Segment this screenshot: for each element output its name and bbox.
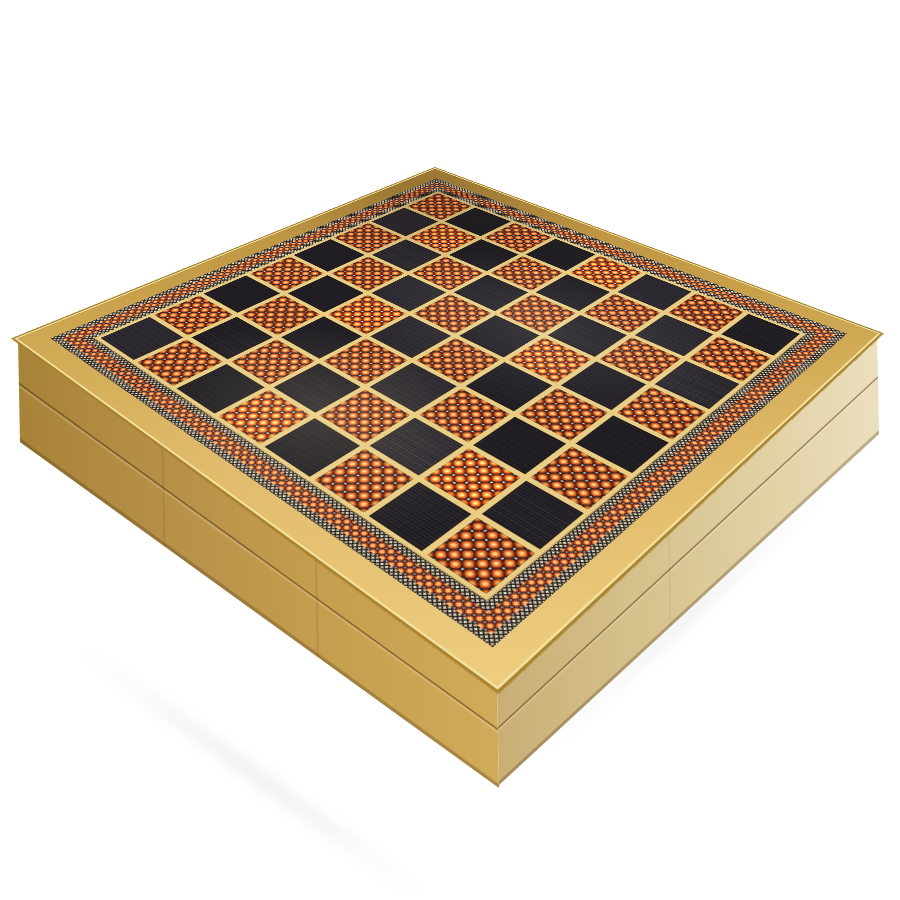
wood-joint-line (315, 552, 318, 658)
product-photo-page (0, 0, 900, 900)
wood-joint-line (162, 441, 165, 547)
trim-dotted-outer (51, 178, 847, 647)
chess-board (14, 168, 880, 690)
wood-joint-line (668, 524, 671, 627)
